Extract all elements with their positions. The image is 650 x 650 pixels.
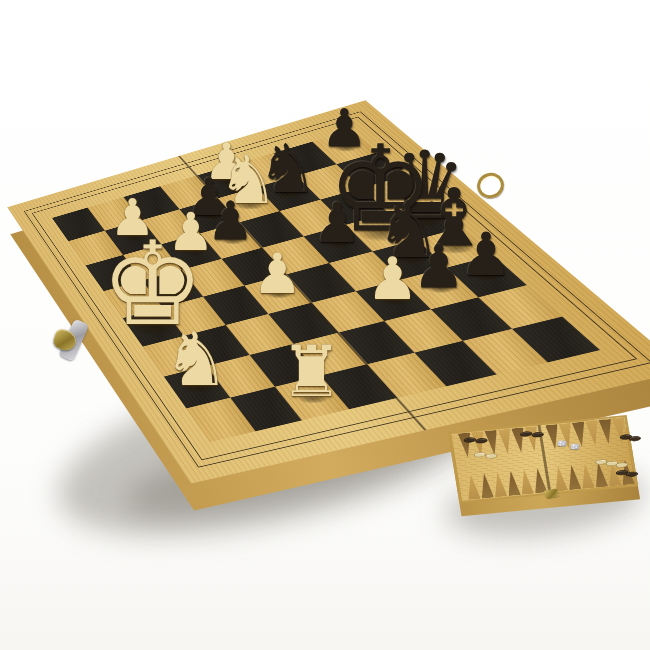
light-checker [473, 452, 486, 458]
backgammon-point [498, 429, 514, 455]
dark-checker [628, 436, 641, 442]
backgammon-point [592, 462, 608, 488]
backgammon-point [552, 466, 568, 492]
backgammon-point [565, 464, 581, 490]
backgammon-point [505, 470, 521, 496]
backgammon-point [612, 418, 628, 444]
dark-checker [475, 438, 488, 444]
backgammon-point [585, 420, 601, 446]
backgammon-point [518, 469, 534, 495]
product-photo-scene: ♟♟♟♟♞♞♟♟♟♚♛♚♟♞♝♟♟♟♞♜ [0, 0, 650, 650]
chess-grid [52, 130, 600, 442]
chess-board-clasp [52, 318, 94, 364]
light-checker [485, 453, 498, 459]
backgammon-point [458, 432, 474, 458]
backgammon-point [465, 474, 481, 500]
backgammon-point [478, 473, 494, 499]
die-icon [557, 440, 567, 446]
dark-checker [625, 471, 638, 477]
backgammon-point [579, 463, 595, 489]
backgammon-point [599, 419, 615, 445]
die-icon [570, 444, 580, 450]
backgammon-point [484, 430, 500, 456]
backgammon-point [491, 471, 507, 497]
